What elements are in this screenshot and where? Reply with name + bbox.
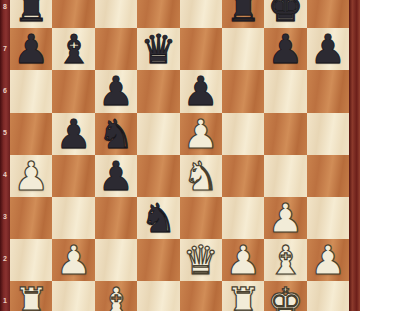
- square-c8[interactable]: [95, 0, 137, 28]
- rank-label-8: 8: [0, 3, 10, 11]
- black-pawn-b5[interactable]: ♟: [56, 113, 92, 155]
- square-e7[interactable]: [180, 28, 222, 70]
- white-rook-f1[interactable]: ♜: [225, 281, 261, 311]
- white-queen-e2[interactable]: ♛: [183, 239, 219, 281]
- square-f6[interactable]: [222, 70, 264, 112]
- square-d2[interactable]: [137, 239, 179, 281]
- square-h5[interactable]: [307, 113, 349, 155]
- square-e5[interactable]: ♟: [180, 113, 222, 155]
- square-d8[interactable]: [137, 0, 179, 28]
- square-a3[interactable]: [10, 197, 52, 239]
- square-a7[interactable]: ♟: [10, 28, 52, 70]
- square-b1[interactable]: [52, 281, 94, 311]
- black-pawn-c4[interactable]: ♟: [98, 155, 134, 197]
- square-g1[interactable]: ♚: [264, 281, 306, 311]
- square-h1[interactable]: [307, 281, 349, 311]
- black-pawn-h7[interactable]: ♟: [310, 28, 346, 70]
- square-c7[interactable]: [95, 28, 137, 70]
- white-pawn-g3[interactable]: ♟: [268, 197, 304, 239]
- square-d1[interactable]: [137, 281, 179, 311]
- board-grid: ♜♜♚♟♝♛♟♟♟♟♟♞♟♟♟♞♞♟♟♛♟♝♟♜♝♜♚: [10, 0, 349, 311]
- square-h7[interactable]: ♟: [307, 28, 349, 70]
- rank-label-5: 5: [0, 129, 10, 137]
- white-pawn-b2[interactable]: ♟: [56, 239, 92, 281]
- square-b3[interactable]: [52, 197, 94, 239]
- square-h4[interactable]: [307, 155, 349, 197]
- white-bishop-g2[interactable]: ♝: [268, 239, 304, 281]
- white-king-g1[interactable]: ♚: [268, 281, 304, 311]
- black-pawn-e6[interactable]: ♟: [183, 70, 219, 112]
- rank-label-1: 1: [0, 297, 10, 305]
- square-g5[interactable]: [264, 113, 306, 155]
- white-pawn-e5[interactable]: ♟: [183, 113, 219, 155]
- square-d5[interactable]: [137, 113, 179, 155]
- square-f1[interactable]: ♜: [222, 281, 264, 311]
- square-e6[interactable]: ♟: [180, 70, 222, 112]
- square-g4[interactable]: [264, 155, 306, 197]
- square-f4[interactable]: [222, 155, 264, 197]
- square-f5[interactable]: [222, 113, 264, 155]
- square-a4[interactable]: ♟: [10, 155, 52, 197]
- square-e4[interactable]: ♞: [180, 155, 222, 197]
- square-c2[interactable]: [95, 239, 137, 281]
- square-h3[interactable]: [307, 197, 349, 239]
- square-f3[interactable]: [222, 197, 264, 239]
- white-pawn-h2[interactable]: ♟: [310, 239, 346, 281]
- square-f2[interactable]: ♟: [222, 239, 264, 281]
- square-f7[interactable]: [222, 28, 264, 70]
- black-bishop-b7[interactable]: ♝: [56, 28, 92, 70]
- square-a5[interactable]: [10, 113, 52, 155]
- rank-label-3: 3: [0, 213, 10, 221]
- square-b4[interactable]: [52, 155, 94, 197]
- square-d4[interactable]: [137, 155, 179, 197]
- square-a8[interactable]: ♜: [10, 0, 52, 28]
- square-b7[interactable]: ♝: [52, 28, 94, 70]
- black-pawn-c6[interactable]: ♟: [98, 70, 134, 112]
- black-rook-a8[interactable]: ♜: [13, 0, 49, 28]
- chess-board: ♜♜♚♟♝♛♟♟♟♟♟♞♟♟♟♞♞♟♟♛♟♝♟♜♝♜♚ 8 7 6 5 4 3 …: [0, 0, 414, 311]
- square-g2[interactable]: ♝: [264, 239, 306, 281]
- square-g3[interactable]: ♟: [264, 197, 306, 239]
- board-left-frame: 8 7 6 5 4 3 2 1: [0, 0, 10, 311]
- white-bishop-c1[interactable]: ♝: [98, 281, 134, 311]
- rank-label-6: 6: [0, 87, 10, 95]
- square-e2[interactable]: ♛: [180, 239, 222, 281]
- white-pawn-a4[interactable]: ♟: [13, 155, 49, 197]
- white-pawn-f2[interactable]: ♟: [225, 239, 261, 281]
- black-queen-d7[interactable]: ♛: [140, 28, 176, 70]
- square-b5[interactable]: ♟: [52, 113, 94, 155]
- square-a6[interactable]: [10, 70, 52, 112]
- square-g6[interactable]: [264, 70, 306, 112]
- square-d7[interactable]: ♛: [137, 28, 179, 70]
- square-c6[interactable]: ♟: [95, 70, 137, 112]
- black-knight-c5[interactable]: ♞: [98, 113, 134, 155]
- square-b8[interactable]: [52, 0, 94, 28]
- square-e1[interactable]: [180, 281, 222, 311]
- square-e3[interactable]: [180, 197, 222, 239]
- square-c4[interactable]: ♟: [95, 155, 137, 197]
- black-rook-f8[interactable]: ♜: [225, 0, 261, 28]
- rank-label-7: 7: [0, 45, 10, 53]
- square-c5[interactable]: ♞: [95, 113, 137, 155]
- black-pawn-a7[interactable]: ♟: [13, 28, 49, 70]
- square-e8[interactable]: [180, 0, 222, 28]
- square-c3[interactable]: [95, 197, 137, 239]
- square-a1[interactable]: ♜: [10, 281, 52, 311]
- black-pawn-g7[interactable]: ♟: [268, 28, 304, 70]
- square-d3[interactable]: ♞: [137, 197, 179, 239]
- black-king-g8[interactable]: ♚: [268, 0, 304, 28]
- square-a2[interactable]: [10, 239, 52, 281]
- square-g8[interactable]: ♚: [264, 0, 306, 28]
- square-h8[interactable]: [307, 0, 349, 28]
- white-rook-a1[interactable]: ♜: [13, 281, 49, 311]
- page: ♜♜♚♟♝♛♟♟♟♟♟♞♟♟♟♞♞♟♟♛♟♝♟♜♝♜♚ 8 7 6 5 4 3 …: [0, 0, 414, 311]
- square-c1[interactable]: ♝: [95, 281, 137, 311]
- white-knight-e4[interactable]: ♞: [183, 155, 219, 197]
- rank-label-2: 2: [0, 255, 10, 263]
- square-h6[interactable]: [307, 70, 349, 112]
- square-b6[interactable]: [52, 70, 94, 112]
- square-d6[interactable]: [137, 70, 179, 112]
- rank-label-4: 4: [0, 171, 10, 179]
- board-right-frame: [349, 0, 360, 311]
- square-h2[interactable]: ♟: [307, 239, 349, 281]
- square-g7[interactable]: ♟: [264, 28, 306, 70]
- square-f8[interactable]: ♜: [222, 0, 264, 28]
- black-knight-d3[interactable]: ♞: [140, 197, 176, 239]
- square-b2[interactable]: ♟: [52, 239, 94, 281]
